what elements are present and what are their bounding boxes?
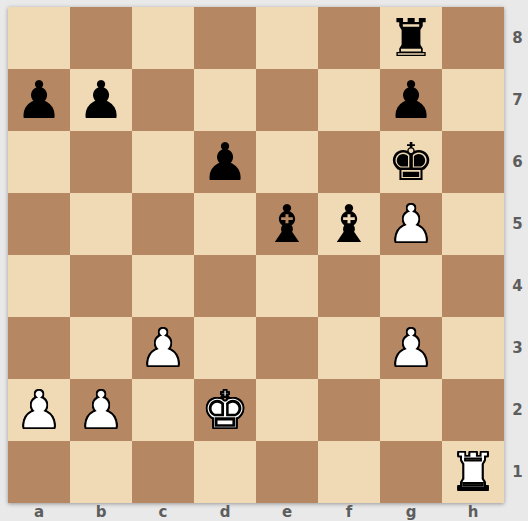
square-g7[interactable]: ♟ (380, 69, 442, 131)
square-c8[interactable] (132, 7, 194, 69)
square-e7[interactable] (256, 69, 318, 131)
square-c3[interactable]: ♟ (132, 317, 194, 379)
square-a1[interactable] (8, 441, 70, 503)
square-f5[interactable]: ♝ (318, 193, 380, 255)
rank-label-8: 8 (507, 7, 528, 69)
square-f8[interactable] (318, 7, 380, 69)
square-h5[interactable] (442, 193, 504, 255)
square-e4[interactable] (256, 255, 318, 317)
chess-board: ♜♟♟♟♟♚♝♝♟♟♟♟♟♚♜ (8, 7, 504, 503)
square-g1[interactable] (380, 441, 442, 503)
square-e6[interactable] (256, 131, 318, 193)
rank-label-2: 2 (507, 379, 528, 441)
file-labels: abcdefgh (8, 502, 504, 521)
white-pawn-g5[interactable]: ♟ (388, 193, 435, 255)
square-b6[interactable] (70, 131, 132, 193)
square-g5[interactable]: ♟ (380, 193, 442, 255)
square-d4[interactable] (194, 255, 256, 317)
square-b4[interactable] (70, 255, 132, 317)
black-pawn-a7[interactable]: ♟ (16, 69, 63, 131)
square-g3[interactable]: ♟ (380, 317, 442, 379)
file-label-g: g (380, 502, 442, 521)
square-d3[interactable] (194, 317, 256, 379)
square-h8[interactable] (442, 7, 504, 69)
white-pawn-g3[interactable]: ♟ (388, 317, 435, 379)
black-bishop-f5[interactable]: ♝ (326, 193, 373, 255)
square-b8[interactable] (70, 7, 132, 69)
square-b3[interactable] (70, 317, 132, 379)
square-e5[interactable]: ♝ (256, 193, 318, 255)
white-rook-h1[interactable]: ♜ (450, 441, 497, 503)
black-pawn-b7[interactable]: ♟ (78, 69, 125, 131)
square-f3[interactable] (318, 317, 380, 379)
square-g6[interactable]: ♚ (380, 131, 442, 193)
file-label-c: c (132, 502, 194, 521)
square-a7[interactable]: ♟ (8, 69, 70, 131)
square-h6[interactable] (442, 131, 504, 193)
square-c6[interactable] (132, 131, 194, 193)
square-g8[interactable]: ♜ (380, 7, 442, 69)
black-king-g6[interactable]: ♚ (388, 131, 435, 193)
rank-label-1: 1 (507, 441, 528, 503)
square-f4[interactable] (318, 255, 380, 317)
square-h1[interactable]: ♜ (442, 441, 504, 503)
square-a4[interactable] (8, 255, 70, 317)
file-label-d: d (194, 502, 256, 521)
square-f2[interactable] (318, 379, 380, 441)
file-label-e: e (256, 502, 318, 521)
square-f1[interactable] (318, 441, 380, 503)
square-f7[interactable] (318, 69, 380, 131)
chess-board-container: ♜♟♟♟♟♚♝♝♟♟♟♟♟♚♜ 87654321 abcdefgh (0, 0, 528, 521)
square-a2[interactable]: ♟ (8, 379, 70, 441)
square-g4[interactable] (380, 255, 442, 317)
white-pawn-b2[interactable]: ♟ (78, 379, 125, 441)
square-h7[interactable] (442, 69, 504, 131)
square-e2[interactable] (256, 379, 318, 441)
black-bishop-e5[interactable]: ♝ (264, 193, 311, 255)
square-d6[interactable]: ♟ (194, 131, 256, 193)
square-b1[interactable] (70, 441, 132, 503)
rank-label-4: 4 (507, 255, 528, 317)
square-a3[interactable] (8, 317, 70, 379)
black-pawn-d6[interactable]: ♟ (202, 131, 249, 193)
square-c4[interactable] (132, 255, 194, 317)
square-e1[interactable] (256, 441, 318, 503)
black-rook-g8[interactable]: ♜ (388, 7, 435, 69)
square-e3[interactable] (256, 317, 318, 379)
square-c2[interactable] (132, 379, 194, 441)
white-pawn-c3[interactable]: ♟ (140, 317, 187, 379)
square-b5[interactable] (70, 193, 132, 255)
square-c1[interactable] (132, 441, 194, 503)
square-c5[interactable] (132, 193, 194, 255)
file-label-f: f (318, 502, 380, 521)
square-c7[interactable] (132, 69, 194, 131)
square-b7[interactable]: ♟ (70, 69, 132, 131)
square-d8[interactable] (194, 7, 256, 69)
square-d7[interactable] (194, 69, 256, 131)
rank-label-5: 5 (507, 193, 528, 255)
rank-labels: 87654321 (507, 7, 528, 503)
rank-label-7: 7 (507, 69, 528, 131)
file-label-a: a (8, 502, 70, 521)
white-pawn-a2[interactable]: ♟ (16, 379, 63, 441)
square-d2[interactable]: ♚ (194, 379, 256, 441)
black-pawn-g7[interactable]: ♟ (388, 69, 435, 131)
square-h2[interactable] (442, 379, 504, 441)
square-f6[interactable] (318, 131, 380, 193)
square-h3[interactable] (442, 317, 504, 379)
rank-label-6: 6 (507, 131, 528, 193)
square-h4[interactable] (442, 255, 504, 317)
square-d5[interactable] (194, 193, 256, 255)
square-g2[interactable] (380, 379, 442, 441)
rank-label-3: 3 (507, 317, 528, 379)
square-d1[interactable] (194, 441, 256, 503)
square-a5[interactable] (8, 193, 70, 255)
square-a8[interactable] (8, 7, 70, 69)
file-label-b: b (70, 502, 132, 521)
square-b2[interactable]: ♟ (70, 379, 132, 441)
square-a6[interactable] (8, 131, 70, 193)
white-king-d2[interactable]: ♚ (202, 379, 249, 441)
square-e8[interactable] (256, 7, 318, 69)
file-label-h: h (442, 502, 504, 521)
